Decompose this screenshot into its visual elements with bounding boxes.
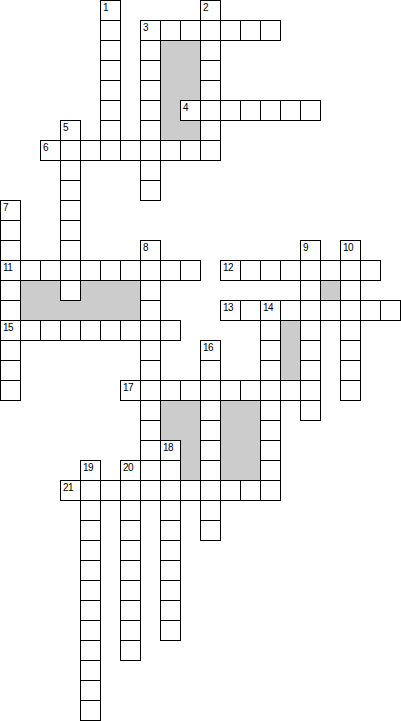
grid-cell[interactable] <box>160 20 181 41</box>
shaded-cell <box>161 121 181 141</box>
grid-cell[interactable] <box>140 260 161 281</box>
grid-cell[interactable] <box>280 100 301 121</box>
grid-cell[interactable] <box>260 460 281 481</box>
grid-cell[interactable] <box>160 140 181 161</box>
grid-cell[interactable] <box>140 140 161 161</box>
shaded-cell <box>41 301 61 321</box>
grid-cell[interactable] <box>140 120 161 141</box>
grid-cell[interactable] <box>280 260 301 281</box>
grid-cell[interactable] <box>340 380 361 401</box>
grid-cell[interactable] <box>100 40 121 61</box>
grid-cell[interactable] <box>140 40 161 61</box>
grid-cell[interactable] <box>140 180 161 201</box>
grid-cell[interactable] <box>160 540 181 561</box>
grid-cell[interactable] <box>200 0 221 21</box>
grid-cell[interactable] <box>340 360 361 381</box>
grid-cell[interactable] <box>80 580 101 601</box>
grid-cell[interactable] <box>180 140 201 161</box>
shaded-cell <box>101 301 121 321</box>
shaded-cell <box>181 121 201 141</box>
grid-cell[interactable] <box>160 480 181 501</box>
shaded-cell <box>101 281 121 301</box>
grid-cell[interactable] <box>140 240 161 261</box>
grid-cell[interactable] <box>220 20 241 41</box>
grid-cell[interactable] <box>200 420 221 441</box>
grid-cell[interactable] <box>100 60 121 81</box>
shaded-cell <box>221 421 241 441</box>
grid-cell[interactable] <box>160 520 181 541</box>
grid-cell[interactable] <box>140 280 161 301</box>
shaded-cell <box>181 41 201 61</box>
grid-cell[interactable] <box>300 360 321 381</box>
grid-cell[interactable] <box>60 140 81 161</box>
grid-cell[interactable] <box>0 300 21 321</box>
shaded-cell <box>181 401 201 421</box>
grid-cell[interactable] <box>260 400 281 421</box>
grid-cell[interactable] <box>0 260 21 281</box>
shaded-cell <box>161 41 181 61</box>
grid-cell[interactable] <box>20 260 41 281</box>
grid-cell[interactable] <box>80 560 101 581</box>
grid-cell[interactable] <box>160 320 181 341</box>
grid-cell[interactable] <box>300 100 321 121</box>
grid-cell[interactable] <box>140 480 161 501</box>
grid-cell[interactable] <box>80 700 101 721</box>
grid-cell[interactable] <box>260 380 281 401</box>
grid-cell[interactable] <box>100 260 121 281</box>
grid-cell[interactable] <box>340 280 361 301</box>
grid-cell[interactable] <box>0 200 21 221</box>
grid-cell[interactable] <box>340 260 361 281</box>
grid-cell[interactable] <box>260 420 281 441</box>
grid-cell[interactable] <box>120 140 141 161</box>
crossword-page: 123456789101112131415161718192021 <box>0 0 401 721</box>
shaded-cell <box>81 301 101 321</box>
grid-cell[interactable] <box>360 260 381 281</box>
grid-cell[interactable] <box>240 100 261 121</box>
shaded-cell <box>121 301 141 321</box>
grid-cell[interactable] <box>300 320 321 341</box>
grid-cell[interactable] <box>240 380 261 401</box>
grid-cell[interactable] <box>120 500 141 521</box>
shaded-cell <box>121 281 141 301</box>
grid-cell[interactable] <box>300 340 321 361</box>
grid-cell[interactable] <box>200 380 221 401</box>
grid-cell[interactable] <box>200 360 221 381</box>
grid-cell[interactable] <box>120 460 141 481</box>
grid-cell[interactable] <box>320 300 341 321</box>
grid-cell[interactable] <box>120 520 141 541</box>
grid-cell[interactable] <box>360 300 381 321</box>
grid-cell[interactable] <box>200 520 221 541</box>
grid-cell[interactable] <box>80 260 101 281</box>
shaded-cell <box>181 461 201 481</box>
grid-cell[interactable] <box>160 440 181 461</box>
shaded-cell <box>161 81 181 101</box>
shaded-cell <box>221 461 241 481</box>
shaded-cell <box>181 441 201 461</box>
grid-cell[interactable] <box>220 480 241 501</box>
grid-cell[interactable] <box>40 320 61 341</box>
grid-cell[interactable] <box>0 380 21 401</box>
grid-cell[interactable] <box>340 320 361 341</box>
grid-cell[interactable] <box>60 180 81 201</box>
grid-cell[interactable] <box>200 20 221 41</box>
grid-cell[interactable] <box>40 260 61 281</box>
grid-cell[interactable] <box>140 420 161 441</box>
grid-cell[interactable] <box>120 580 141 601</box>
grid-cell[interactable] <box>60 260 81 281</box>
grid-cell[interactable] <box>140 100 161 121</box>
grid-cell[interactable] <box>240 480 261 501</box>
grid-cell[interactable] <box>240 20 261 41</box>
grid-cell[interactable] <box>60 120 81 141</box>
grid-cell[interactable] <box>300 400 321 421</box>
grid-cell[interactable] <box>0 360 21 381</box>
grid-cell[interactable] <box>300 300 321 321</box>
grid-cell[interactable] <box>100 120 121 141</box>
grid-cell[interactable] <box>0 320 21 341</box>
shaded-cell <box>241 401 261 421</box>
grid-cell[interactable] <box>180 260 201 281</box>
shaded-cell <box>281 341 301 361</box>
shaded-cell <box>221 441 241 461</box>
shaded-cell <box>161 101 181 121</box>
grid-cell[interactable] <box>260 300 281 321</box>
grid-cell[interactable] <box>220 260 241 281</box>
grid-cell[interactable] <box>140 340 161 361</box>
grid-cell[interactable] <box>100 0 121 21</box>
grid-cell[interactable] <box>100 480 121 501</box>
grid-cell[interactable] <box>120 320 141 341</box>
grid-cell[interactable] <box>160 500 181 521</box>
shaded-cell <box>161 401 181 421</box>
grid-cell[interactable] <box>200 340 221 361</box>
grid-cell[interactable] <box>120 640 141 661</box>
grid-cell[interactable] <box>0 280 21 301</box>
grid-cell[interactable] <box>260 20 281 41</box>
grid-cell[interactable] <box>80 600 101 621</box>
grid-cell[interactable] <box>100 80 121 101</box>
grid-cell[interactable] <box>80 680 101 701</box>
grid-cell[interactable] <box>380 300 401 321</box>
grid-cell[interactable] <box>140 300 161 321</box>
grid-cell[interactable] <box>160 580 181 601</box>
grid-cell[interactable] <box>60 480 81 501</box>
crossword-grid: 123456789101112131415161718192021 <box>0 0 401 721</box>
grid-cell[interactable] <box>200 120 221 141</box>
grid-cell[interactable] <box>20 320 41 341</box>
grid-cell[interactable] <box>220 300 241 321</box>
grid-cell[interactable] <box>160 460 181 481</box>
shaded-cell <box>241 421 261 441</box>
grid-cell[interactable] <box>240 260 261 281</box>
grid-cell[interactable] <box>40 140 61 161</box>
grid-cell[interactable] <box>300 240 321 261</box>
grid-cell[interactable] <box>260 360 281 381</box>
grid-cell[interactable] <box>60 320 81 341</box>
grid-cell[interactable] <box>140 460 161 481</box>
shaded-cell <box>181 61 201 81</box>
grid-cell[interactable] <box>300 380 321 401</box>
shaded-cell <box>221 401 241 421</box>
grid-cell[interactable] <box>300 260 321 281</box>
grid-cell[interactable] <box>200 460 221 481</box>
grid-cell[interactable] <box>80 140 101 161</box>
grid-cell[interactable] <box>100 320 121 341</box>
grid-cell[interactable] <box>180 380 201 401</box>
grid-cell[interactable] <box>200 60 221 81</box>
grid-cell[interactable] <box>120 620 141 641</box>
grid-cell[interactable] <box>100 140 121 161</box>
grid-cell[interactable] <box>100 100 121 121</box>
grid-cell[interactable] <box>140 320 161 341</box>
grid-cell[interactable] <box>200 80 221 101</box>
grid-cell[interactable] <box>280 300 301 321</box>
grid-cell[interactable] <box>60 280 81 301</box>
grid-cell[interactable] <box>260 340 281 361</box>
grid-cell[interactable] <box>80 620 101 641</box>
grid-cell[interactable] <box>140 360 161 381</box>
grid-cell[interactable] <box>180 480 201 501</box>
shaded-cell <box>41 281 61 301</box>
grid-cell[interactable] <box>340 240 361 261</box>
grid-cell[interactable] <box>200 500 221 521</box>
grid-cell[interactable] <box>80 660 101 681</box>
shaded-cell <box>241 441 261 461</box>
grid-cell[interactable] <box>200 100 221 121</box>
shaded-cell <box>281 361 301 381</box>
shaded-cell <box>81 281 101 301</box>
grid-cell[interactable] <box>160 560 181 581</box>
grid-cell[interactable] <box>120 480 141 501</box>
grid-cell[interactable] <box>60 160 81 181</box>
grid-cell[interactable] <box>80 480 101 501</box>
grid-cell[interactable] <box>80 460 101 481</box>
shaded-cell <box>181 81 201 101</box>
grid-cell[interactable] <box>260 100 281 121</box>
grid-cell[interactable] <box>200 40 221 61</box>
shaded-cell <box>181 421 201 441</box>
grid-cell[interactable] <box>220 100 241 121</box>
grid-cell[interactable] <box>0 240 21 261</box>
grid-cell[interactable] <box>120 260 141 281</box>
grid-cell[interactable] <box>340 340 361 361</box>
grid-cell[interactable] <box>60 240 81 261</box>
grid-cell[interactable] <box>300 280 321 301</box>
grid-cell[interactable] <box>120 540 141 561</box>
grid-cell[interactable] <box>160 380 181 401</box>
grid-cell[interactable] <box>260 440 281 461</box>
grid-cell[interactable] <box>60 220 81 241</box>
grid-cell[interactable] <box>200 140 221 161</box>
grid-cell[interactable] <box>140 160 161 181</box>
grid-cell[interactable] <box>0 340 21 361</box>
grid-cell[interactable] <box>100 20 121 41</box>
grid-cell[interactable] <box>80 640 101 661</box>
shaded-cell <box>321 281 341 301</box>
grid-cell[interactable] <box>200 440 221 461</box>
grid-cell[interactable] <box>180 100 201 121</box>
shaded-cell <box>281 321 301 341</box>
grid-cell[interactable] <box>140 440 161 461</box>
grid-cell[interactable] <box>120 380 141 401</box>
grid-cell[interactable] <box>340 300 361 321</box>
grid-cell[interactable] <box>180 20 201 41</box>
grid-cell[interactable] <box>320 260 341 281</box>
grid-cell[interactable] <box>80 500 101 521</box>
grid-cell[interactable] <box>120 560 141 581</box>
grid-cell[interactable] <box>0 220 21 241</box>
grid-cell[interactable] <box>280 380 301 401</box>
grid-cell[interactable] <box>60 200 81 221</box>
shaded-cell <box>161 421 181 441</box>
grid-cell[interactable] <box>200 400 221 421</box>
shaded-cell <box>61 301 81 321</box>
grid-cell[interactable] <box>120 600 141 621</box>
grid-cell[interactable] <box>80 320 101 341</box>
shaded-cell <box>241 461 261 481</box>
grid-cell[interactable] <box>140 60 161 81</box>
grid-cell[interactable] <box>240 300 261 321</box>
grid-cell[interactable] <box>260 260 281 281</box>
grid-cell[interactable] <box>200 480 221 501</box>
grid-cell[interactable] <box>160 620 181 641</box>
shaded-cell <box>161 61 181 81</box>
grid-cell[interactable] <box>260 480 281 501</box>
grid-cell[interactable] <box>220 380 241 401</box>
grid-cell[interactable] <box>80 520 101 541</box>
shaded-cell <box>21 301 41 321</box>
shaded-cell <box>21 281 41 301</box>
grid-cell[interactable] <box>260 320 281 341</box>
grid-cell[interactable] <box>140 380 161 401</box>
grid-cell[interactable] <box>140 20 161 41</box>
grid-cell[interactable] <box>160 600 181 621</box>
grid-cell[interactable] <box>160 260 181 281</box>
grid-cell[interactable] <box>80 540 101 561</box>
grid-cell[interactable] <box>140 400 161 421</box>
grid-cell[interactable] <box>140 80 161 101</box>
